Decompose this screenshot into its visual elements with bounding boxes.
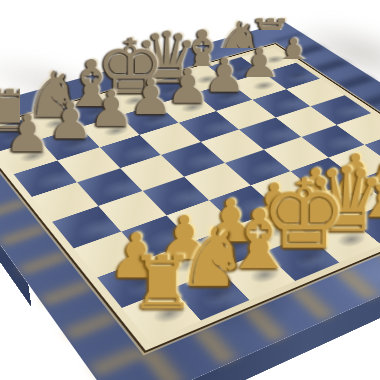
- square-h1: ♜: [122, 289, 200, 342]
- scene: ♜♞♝♚♛♝♞♜♟♟♟♟♟♟♟♟♟♟♟♟♟♟♟♟♜♞♝♚♛♝♞♜: [0, 0, 380, 380]
- chess-board: ♜♞♝♚♛♝♞♜♟♟♟♟♟♟♟♟♟♟♟♟♟♟♟♟♜♞♝♚♛♝♞♜: [0, 22, 380, 380]
- white-rook: ♜: [108, 181, 219, 317]
- board-field: ♜♞♝♚♛♝♞♜♟♟♟♟♟♟♟♟♟♟♟♟♟♟♟♟♜♞♝♚♛♝♞♜: [0, 48, 380, 342]
- black-pawn: ♟: [0, 49, 72, 158]
- product-photo-frame: ♜♞♝♚♛♝♞♜♟♟♟♟♟♟♟♟♟♟♟♟♟♟♟♟♜♞♝♚♛♝♞♜: [0, 0, 380, 380]
- board-apron-fillet: ♜♞♝♚♛♝♞♜♟♟♟♟♟♟♟♟♟♟♟♟♟♟♟♟♜♞♝♚♛♝♞♜: [0, 43, 380, 353]
